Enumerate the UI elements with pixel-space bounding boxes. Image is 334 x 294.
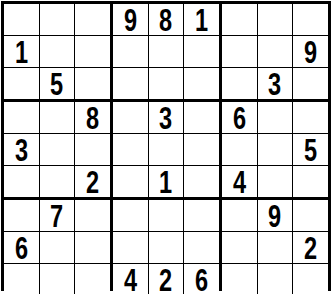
given-digit: 9 [268,201,281,231]
cell-r2c7[interactable] [222,36,257,67]
sudoku-box-6: 654 [222,102,328,197]
cell-r6c6[interactable] [184,166,219,197]
cell-r8c2[interactable] [40,232,75,263]
cell-r3c6[interactable] [184,68,219,99]
cell-r1c4[interactable]: 9 [113,4,148,35]
cell-r9c3[interactable] [75,264,110,294]
cell-r1c9[interactable] [293,4,328,35]
cell-r2c6[interactable] [184,36,219,67]
cell-r1c2[interactable] [40,4,75,35]
cell-r3c2[interactable]: 5 [40,68,75,99]
cell-r7c2[interactable]: 7 [40,200,75,231]
given-digit: 3 [159,103,172,133]
cell-r3c5[interactable] [149,68,184,99]
cell-r6c9[interactable] [293,166,328,197]
cell-r8c8[interactable] [258,232,293,263]
given-digit: 6 [233,103,246,133]
cell-r9c9[interactable] [293,264,328,294]
given-digit: 1 [195,5,208,35]
cell-r1c1[interactable] [4,4,39,35]
cell-r4c8[interactable] [258,102,293,133]
given-digit: 5 [304,135,317,165]
cell-r4c5[interactable]: 3 [149,102,184,133]
cell-r6c1[interactable] [4,166,39,197]
given-digit: 8 [159,5,172,35]
cell-r3c7[interactable] [222,68,257,99]
given-digit: 2 [86,167,99,197]
given-digit: 7 [50,201,63,231]
cell-r9c1[interactable] [4,264,39,294]
cell-r5c8[interactable] [258,134,293,165]
sudoku-box-9: 92 [222,200,328,294]
cell-r7c6[interactable] [184,200,219,231]
cell-r5c4[interactable] [113,134,148,165]
given-digit: 3 [15,135,28,165]
cell-r3c4[interactable] [113,68,148,99]
cell-r6c5[interactable]: 1 [149,166,184,197]
cell-r4c7[interactable]: 6 [222,102,257,133]
given-digit: 2 [159,265,172,294]
cell-r9c8[interactable] [258,264,293,294]
given-digit: 1 [15,37,28,67]
cell-r5c3[interactable] [75,134,110,165]
given-digit: 6 [15,233,28,263]
cell-r4c9[interactable] [293,102,328,133]
given-digit: 4 [124,265,137,294]
sudoku-box-3: 93 [222,4,328,99]
cell-r7c5[interactable] [149,200,184,231]
cell-r8c1[interactable]: 6 [4,232,39,263]
cell-r4c1[interactable] [4,102,39,133]
given-digit: 5 [50,69,63,99]
sudoku-box-1: 15 [4,4,110,99]
cell-r9c7[interactable] [222,264,257,294]
given-digit: 4 [233,167,246,197]
cell-r3c3[interactable] [75,68,110,99]
cell-r9c6[interactable]: 6 [184,264,219,294]
given-digit: 1 [159,167,172,197]
cell-r5c1[interactable]: 3 [4,134,39,165]
cell-r3c1[interactable] [4,68,39,99]
cell-r1c3[interactable] [75,4,110,35]
sudoku-box-7: 76 [4,200,110,294]
sudoku-box-8: 426 [113,200,219,294]
cell-r6c3[interactable]: 2 [75,166,110,197]
cell-r5c2[interactable] [40,134,75,165]
cell-r7c8[interactable]: 9 [258,200,293,231]
cell-r2c5[interactable] [149,36,184,67]
cell-r6c4[interactable] [113,166,148,197]
cell-r3c8[interactable]: 3 [258,68,293,99]
given-digit: 9 [124,5,137,35]
cell-r8c7[interactable] [222,232,257,263]
cell-r1c6[interactable]: 1 [184,4,219,35]
cell-r8c3[interactable] [75,232,110,263]
cell-r1c5[interactable]: 8 [149,4,184,35]
cell-r5c9[interactable]: 5 [293,134,328,165]
cell-r3c9[interactable] [293,68,328,99]
cell-r2c9[interactable]: 9 [293,36,328,67]
cell-r4c3[interactable]: 8 [75,102,110,133]
sudoku-board: 1598193832316547642692 [1,1,331,291]
cell-r4c6[interactable] [184,102,219,133]
given-digit: 9 [304,37,317,67]
cell-r2c3[interactable] [75,36,110,67]
cell-r6c2[interactable] [40,166,75,197]
cell-r4c4[interactable] [113,102,148,133]
cell-r4c2[interactable] [40,102,75,133]
cell-r7c3[interactable] [75,200,110,231]
sudoku-box-2: 981 [113,4,219,99]
given-digit: 6 [195,265,208,294]
cell-r6c7[interactable]: 4 [222,166,257,197]
given-digit: 2 [304,233,317,263]
sudoku-box-4: 832 [4,102,110,197]
cell-r5c6[interactable] [184,134,219,165]
sudoku-page: 1598193832316547642692 [0,0,334,294]
cell-r7c4[interactable] [113,200,148,231]
cell-r7c1[interactable] [4,200,39,231]
given-digit: 8 [86,103,99,133]
cell-r2c2[interactable] [40,36,75,67]
cell-r9c4[interactable]: 4 [113,264,148,294]
cell-r9c2[interactable] [40,264,75,294]
cell-r8c9[interactable]: 2 [293,232,328,263]
cell-r5c7[interactable] [222,134,257,165]
cell-r6c8[interactable] [258,166,293,197]
cell-r7c7[interactable] [222,200,257,231]
cell-r1c8[interactable] [258,4,293,35]
cell-r2c8[interactable] [258,36,293,67]
cell-r1c7[interactable] [222,4,257,35]
given-digit: 3 [268,69,281,99]
cell-r2c4[interactable] [113,36,148,67]
cell-r8c5[interactable] [149,232,184,263]
cell-r8c4[interactable] [113,232,148,263]
cell-r9c5[interactable]: 2 [149,264,184,294]
cell-r8c6[interactable] [184,232,219,263]
cell-r2c1[interactable]: 1 [4,36,39,67]
sudoku-box-5: 31 [113,102,219,197]
cell-r5c5[interactable] [149,134,184,165]
cell-r7c9[interactable] [293,200,328,231]
